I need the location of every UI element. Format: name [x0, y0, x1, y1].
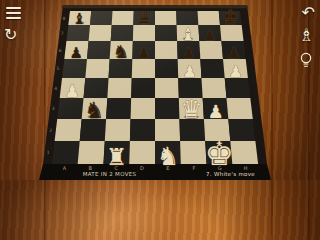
- rotate-button[interactable]: ↻: [4, 27, 17, 43]
- piece-black-queen-d8[interactable]: ♛: [136, 8, 152, 28]
- menu-icon: [6, 7, 21, 9]
- lightbulb-icon: [299, 51, 313, 70]
- piece-white-queen-f3[interactable]: ♛: [180, 95, 202, 124]
- piece-black-bishop-a8[interactable]: ♝: [73, 10, 87, 28]
- piece-white-pawn-g3[interactable]: ♟: [208, 101, 224, 122]
- piece-black-pawn-a6[interactable]: ♟: [69, 44, 82, 62]
- piece-white-knight-e1[interactable]: ♞: [157, 142, 179, 171]
- chess-piece-icon: ♗: [299, 25, 314, 45]
- undo-icon: ↶: [302, 3, 315, 22]
- rank-label-3: 3: [52, 106, 55, 111]
- menu-button[interactable]: [6, 7, 21, 22]
- piece-black-knight-c6[interactable]: ♞: [113, 41, 129, 62]
- piece-black-knight-b3[interactable]: ♞: [84, 97, 104, 123]
- pieces-button[interactable]: ♗: [299, 27, 314, 44]
- piece-white-pawn-f5[interactable]: ♟: [182, 62, 196, 81]
- rank-label-5: 5: [57, 66, 60, 71]
- piece-black-pawn-h6[interactable]: ♟: [227, 44, 240, 62]
- piece-white-bishop-f7[interactable]: ♝: [180, 24, 195, 44]
- chessboard[interactable]: ABCDEFGH87654321♝♛♚♝♟♟♞♟♟♟♟♟♟♞♛♟♜♞♚: [0, 0, 320, 180]
- undo-button[interactable]: ↶: [302, 5, 315, 21]
- piece-white-rook-c1[interactable]: ♜: [106, 143, 127, 171]
- piece-black-pawn-f6[interactable]: ♟: [182, 44, 195, 62]
- piece-white-king-g1[interactable]: ♚: [205, 135, 234, 173]
- hint-button[interactable]: [299, 51, 313, 73]
- wood-background: { "game": "chess", "position": "b2q3k/5B…: [0, 0, 320, 180]
- piece-black-king-h8[interactable]: ♚: [221, 5, 239, 29]
- puzzle-status: MATE IN 2 MOVES: [52, 171, 167, 177]
- piece-white-pawn-a4[interactable]: ♟: [64, 81, 79, 101]
- rotate-icon: ↻: [4, 25, 17, 44]
- rank-label-7: 7: [61, 31, 64, 36]
- rank-label-1: 1: [47, 150, 50, 155]
- piece-black-pawn-d6[interactable]: ♟: [137, 44, 150, 62]
- piece-white-pawn-h5[interactable]: ♟: [229, 62, 243, 81]
- rank-label-2: 2: [49, 128, 52, 133]
- rank-label-4: 4: [54, 86, 57, 91]
- rank-label-8: 8: [63, 16, 66, 21]
- turn-indicator: 7. White's move: [178, 171, 283, 177]
- rank-label-6: 6: [59, 48, 62, 53]
- piece-black-pawn-g7[interactable]: ♟: [204, 27, 216, 43]
